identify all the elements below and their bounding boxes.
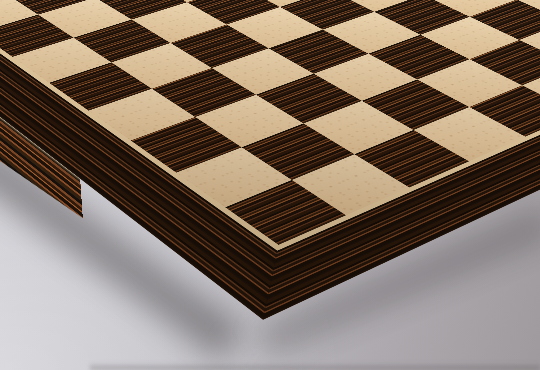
chessboard-product-photo — [0, 0, 540, 370]
scene — [0, 0, 540, 370]
